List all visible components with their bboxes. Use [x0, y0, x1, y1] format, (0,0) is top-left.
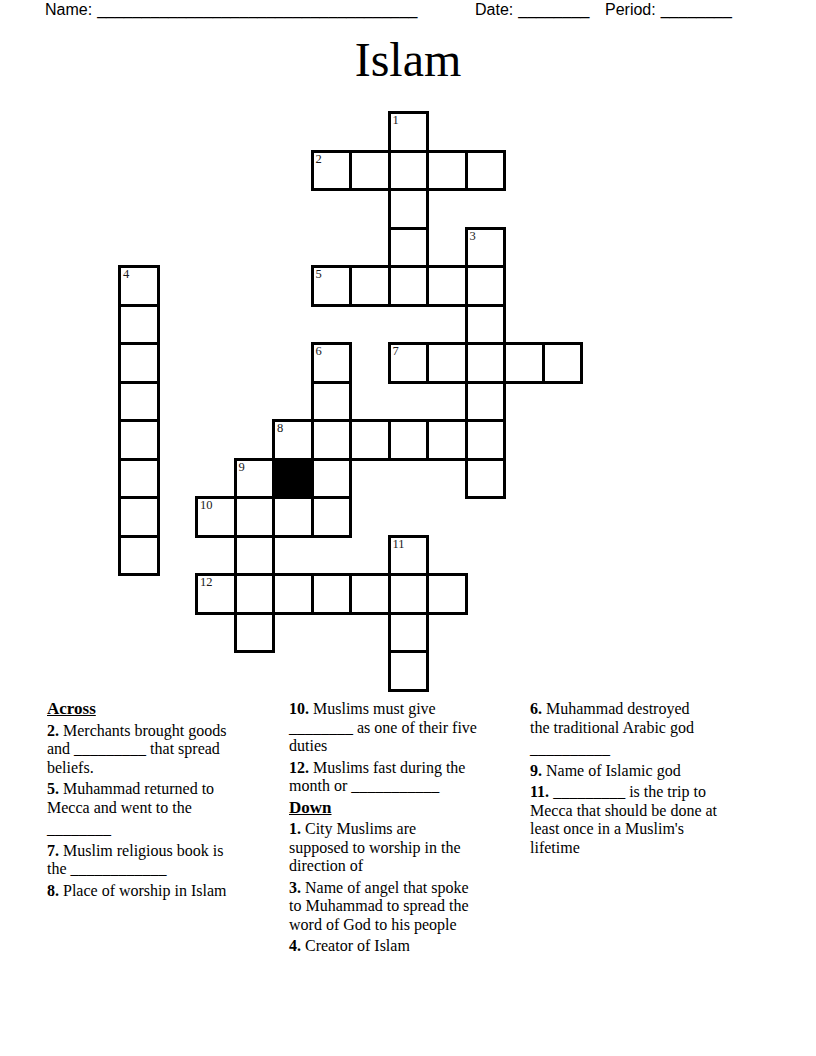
clue-number-label: 2. — [47, 722, 59, 739]
grid-cell[interactable]: 11 — [388, 535, 430, 577]
clue-number: 10 — [200, 498, 213, 512]
grid-cell[interactable]: 7 — [388, 342, 430, 384]
grid-cell[interactable] — [272, 496, 314, 538]
grid-cell[interactable] — [426, 150, 468, 192]
clue-number-label: 6. — [530, 700, 542, 717]
clue-number-label: 3. — [289, 879, 301, 896]
grid-cell[interactable] — [388, 188, 430, 230]
grid-cell[interactable] — [388, 419, 430, 461]
grid-cell[interactable]: 2 — [311, 150, 353, 192]
clue: 3. Name of angel that spoke to Muhammad … — [289, 879, 531, 935]
clue-number: 6 — [316, 344, 322, 358]
grid-cell[interactable]: 4 — [118, 265, 160, 307]
clue: 6. Muhammad destroyed the traditional Ar… — [530, 700, 772, 737]
grid-cell[interactable] — [234, 535, 276, 577]
grid-cell[interactable] — [349, 573, 391, 615]
grid-cell[interactable] — [426, 265, 468, 307]
grid-cell[interactable]: 9 — [234, 458, 276, 500]
clue-number: 12 — [200, 575, 213, 589]
grid-cell[interactable] — [465, 150, 507, 192]
grid-cell[interactable] — [388, 150, 430, 192]
grid-cell[interactable] — [426, 573, 468, 615]
grid-cell[interactable] — [388, 573, 430, 615]
date-label: Date: — [475, 1, 513, 18]
puzzle-title: Islam — [0, 34, 816, 87]
grid-cell[interactable]: 8 — [272, 419, 314, 461]
clue-number: 1 — [393, 113, 399, 127]
grid-cell[interactable] — [465, 458, 507, 500]
grid-cell[interactable] — [388, 227, 430, 269]
crossword-grid: 123456789101112 — [118, 111, 584, 693]
clue-section-header: Across — [47, 700, 289, 719]
clue-section-header: Down — [289, 799, 531, 818]
clue-number-label: 12. — [289, 759, 309, 776]
clue-number: 9 — [239, 460, 245, 474]
blocked-cell — [272, 458, 314, 500]
grid-cell[interactable] — [311, 419, 353, 461]
clues-column-1: Across2. Merchants brought goods and ___… — [47, 700, 289, 903]
clue: 2. Merchants brought goods and _________… — [47, 722, 289, 778]
grid-cell[interactable] — [465, 304, 507, 346]
grid-cell[interactable] — [311, 381, 353, 423]
grid-cell[interactable] — [118, 304, 160, 346]
clue-number-label: 8. — [47, 882, 59, 899]
clue-number: 4 — [123, 267, 129, 281]
grid-cell[interactable] — [426, 342, 468, 384]
grid-cell[interactable] — [118, 381, 160, 423]
clue: 7. Muslim religious book is the ________… — [47, 842, 289, 879]
clue-number-label: 4. — [289, 937, 301, 954]
period-blank-line: ________ — [661, 1, 732, 18]
clue: 10. Muslims must give ________ as one of… — [289, 700, 531, 756]
grid-cell[interactable] — [118, 419, 160, 461]
grid-cell[interactable]: 1 — [388, 111, 430, 153]
grid-cell[interactable]: 5 — [311, 265, 353, 307]
grid-cell[interactable] — [465, 381, 507, 423]
clue-number: 11 — [393, 537, 405, 551]
clue-number-label: 10. — [289, 700, 309, 717]
grid-cell[interactable]: 10 — [195, 496, 237, 538]
clue-number-label: 7. — [47, 842, 59, 859]
grid-cell[interactable] — [388, 650, 430, 692]
grid-cell[interactable] — [118, 342, 160, 384]
clue-number: 2 — [316, 152, 322, 166]
clues-column-2: 10. Muslims must give ________ as one of… — [289, 700, 531, 959]
clue-number: 7 — [393, 344, 399, 358]
clue-number-label: 11. — [530, 783, 549, 800]
grid-cell[interactable] — [118, 496, 160, 538]
clue-number: 8 — [277, 421, 283, 435]
clue-blank-line: ________ — [47, 820, 289, 839]
clue: 12. Muslims fast during the month or ___… — [289, 759, 531, 796]
worksheet-page: Name:___________________________________… — [0, 0, 816, 1056]
grid-cell[interactable] — [272, 573, 314, 615]
clues-column-3: 6. Muhammad destroyed the traditional Ar… — [530, 700, 772, 860]
grid-cell[interactable] — [311, 496, 353, 538]
clue-number: 3 — [470, 229, 476, 243]
grid-cell[interactable] — [426, 419, 468, 461]
grid-cell[interactable] — [388, 612, 430, 654]
period-field: Period:________ — [605, 1, 732, 19]
grid-cell[interactable] — [503, 342, 545, 384]
grid-cell[interactable] — [349, 419, 391, 461]
clue-number-label: 9. — [530, 762, 542, 779]
clue-number-label: 5. — [47, 780, 59, 797]
clue: 1. City Muslims are supposed to worship … — [289, 820, 531, 876]
clue-blank-line: __________ — [530, 740, 772, 759]
clue: 9. Name of Islamic god — [530, 762, 772, 781]
name-blank-line: ____________________________________ — [97, 1, 417, 18]
grid-cell[interactable] — [388, 265, 430, 307]
grid-cell[interactable] — [465, 342, 507, 384]
grid-cell[interactable]: 12 — [195, 573, 237, 615]
grid-cell[interactable] — [118, 535, 160, 577]
clue-number: 5 — [316, 267, 322, 281]
date-field: Date:________ — [475, 1, 589, 19]
clue: 11. _________ is the trip to Mecca that … — [530, 783, 772, 857]
grid-cell[interactable] — [234, 573, 276, 615]
clue-number-label: 1. — [289, 820, 301, 837]
date-blank-line: ________ — [518, 1, 589, 18]
name-label: Name: — [45, 1, 92, 18]
grid-cell[interactable] — [234, 612, 276, 654]
clue: 5. Muhammad returned to Mecca and went t… — [47, 780, 289, 817]
grid-cell[interactable] — [311, 458, 353, 500]
grid-cell[interactable] — [465, 265, 507, 307]
grid-cell[interactable] — [311, 573, 353, 615]
grid-cell[interactable] — [118, 458, 160, 500]
grid-cell[interactable] — [349, 265, 391, 307]
grid-cell[interactable]: 3 — [465, 227, 507, 269]
grid-cell[interactable]: 6 — [311, 342, 353, 384]
grid-cell[interactable] — [349, 150, 391, 192]
name-field: Name:___________________________________… — [45, 1, 417, 19]
period-label: Period: — [605, 1, 656, 18]
grid-cell[interactable] — [542, 342, 584, 384]
clue: 4. Creator of Islam — [289, 937, 531, 956]
grid-cell[interactable] — [465, 419, 507, 461]
clue: 8. Place of worship in Islam — [47, 882, 289, 901]
grid-cell[interactable] — [234, 496, 276, 538]
